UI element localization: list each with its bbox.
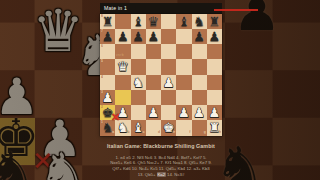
- square-a6[interactable]: 6: [100, 44, 115, 59]
- square-e2[interactable]: [161, 105, 176, 120]
- square-h5[interactable]: [207, 59, 222, 74]
- rank-label-1: 1: [101, 121, 103, 124]
- rank-label-6: 6: [101, 45, 103, 48]
- square-e8[interactable]: [161, 14, 176, 29]
- piece-black-pawn-g7[interactable]: ♟: [193, 30, 205, 43]
- piece-black-pawn-a7[interactable]: ♟: [102, 30, 114, 43]
- move-line: 13. Qb5+ Ka2 14. Nc3#: [99, 172, 223, 178]
- rank-label-2: 2: [101, 106, 103, 109]
- square-e1[interactable]: e♚: [161, 120, 176, 135]
- file-label-b: b: [127, 131, 129, 134]
- square-c7[interactable]: ♟: [131, 29, 146, 44]
- square-b7[interactable]: ♟: [115, 29, 130, 44]
- square-e3[interactable]: [161, 90, 176, 105]
- square-g5[interactable]: [192, 59, 207, 74]
- rank-label-4: 4: [101, 76, 103, 79]
- square-c2[interactable]: [131, 105, 146, 120]
- square-f6[interactable]: [176, 44, 191, 59]
- square-g1[interactable]: g: [192, 120, 207, 135]
- square-c6[interactable]: [131, 44, 146, 59]
- move-line-prefix: 13. Qb5+: [138, 172, 157, 177]
- square-f5[interactable]: [176, 59, 191, 74]
- square-d6[interactable]: [146, 44, 161, 59]
- square-d8[interactable]: ♛: [146, 14, 161, 29]
- piece-white-pawn-g2[interactable]: ♟: [193, 106, 205, 119]
- file-label-a: a: [112, 131, 114, 134]
- square-d2[interactable]: ♟: [146, 105, 161, 120]
- video-frame: ♛♞♟♚♟✕♞♞♟♞ Mate in 1 8♜♝♛♝♞♜7♟♟♟♟♟♟65♛4♞…: [0, 0, 320, 180]
- square-h1[interactable]: h♜: [207, 120, 222, 135]
- piece-white-knight-c4[interactable]: ♞: [132, 76, 144, 89]
- square-h8[interactable]: ♜: [207, 14, 222, 29]
- square-g8[interactable]: ♞: [192, 14, 207, 29]
- square-b1[interactable]: b♞: [115, 120, 130, 135]
- square-h7[interactable]: ♟: [207, 29, 222, 44]
- square-h4[interactable]: [207, 75, 222, 90]
- opening-name-caption: Italian Game: Blackburne Shilling Gambit: [100, 143, 222, 149]
- piece-white-pawn-e4[interactable]: ♟: [163, 76, 175, 89]
- square-b3[interactable]: [115, 90, 130, 105]
- piece-black-pawn-c7[interactable]: ♟: [132, 30, 144, 43]
- file-label-e: e: [173, 131, 175, 134]
- watermark-text: vsrb: [116, 53, 124, 57]
- square-c5[interactable]: [131, 59, 146, 74]
- rank-label-3: 3: [101, 91, 103, 94]
- file-label-f: f: [189, 131, 190, 134]
- square-g6[interactable]: [192, 44, 207, 59]
- incorrect-move-x-icon: ✕: [111, 112, 120, 123]
- piece-white-pawn-h2[interactable]: ♟: [209, 106, 221, 119]
- square-h2[interactable]: ♟: [207, 105, 222, 120]
- rank-label-7: 7: [101, 30, 103, 33]
- square-b5[interactable]: ♛: [115, 59, 130, 74]
- square-e7[interactable]: [161, 29, 176, 44]
- square-d1[interactable]: d: [146, 120, 161, 135]
- square-f2[interactable]: ♟: [176, 105, 191, 120]
- square-c4[interactable]: ♞: [131, 75, 146, 90]
- square-f1[interactable]: f: [176, 120, 191, 135]
- square-a7[interactable]: 7♟: [100, 29, 115, 44]
- move-line: Qf7+ Kd6 10. Nc4+ Kc5 11. Qd5+ Kb4 12. a…: [99, 166, 223, 172]
- square-g3[interactable]: [192, 90, 207, 105]
- square-a4[interactable]: 4: [100, 75, 115, 90]
- square-e6[interactable]: [161, 44, 176, 59]
- square-f8[interactable]: ♝: [176, 14, 191, 29]
- square-c1[interactable]: c♝: [131, 120, 146, 135]
- mate-in-one-banner: Mate in 1: [100, 3, 222, 14]
- piece-black-bishop-c8[interactable]: ♝: [132, 15, 144, 28]
- square-h6[interactable]: [207, 44, 222, 59]
- red-line-decoration: [214, 9, 258, 11]
- square-f3[interactable]: [176, 90, 191, 105]
- piece-black-pawn-b7[interactable]: ♟: [117, 30, 129, 43]
- piece-black-bishop-f8[interactable]: ♝: [178, 15, 190, 28]
- file-label-h: h: [219, 131, 221, 134]
- piece-white-queen-b5[interactable]: ♛: [117, 60, 129, 73]
- square-d7[interactable]: ♟: [146, 29, 161, 44]
- file-label-g: g: [204, 131, 206, 134]
- square-g2[interactable]: ♟: [192, 105, 207, 120]
- square-d5[interactable]: [146, 59, 161, 74]
- square-a5[interactable]: 5: [100, 59, 115, 74]
- square-f4[interactable]: [176, 75, 191, 90]
- mate-in-one-label: Mate in 1: [104, 5, 127, 11]
- square-e4[interactable]: ♟: [161, 75, 176, 90]
- piece-white-pawn-d2[interactable]: ♟: [148, 106, 160, 119]
- piece-black-rook-h8[interactable]: ♜: [209, 15, 221, 28]
- piece-black-rook-a8[interactable]: ♜: [102, 15, 114, 28]
- current-move-highlight: Ka2: [157, 172, 166, 177]
- piece-black-knight-g8[interactable]: ♞: [193, 15, 205, 28]
- square-f7[interactable]: [176, 29, 191, 44]
- file-label-d: d: [158, 131, 160, 134]
- square-a1[interactable]: 1a♞: [100, 120, 115, 135]
- square-e5[interactable]: [161, 59, 176, 74]
- square-c8[interactable]: ♝: [131, 14, 146, 29]
- square-b4[interactable]: [115, 75, 130, 90]
- move-list: 1. e4 e5 2. Nf3 Nc6 3. Bc4 Nd4 4. Bxf7+ …: [99, 155, 223, 178]
- square-g4[interactable]: [192, 75, 207, 90]
- piece-black-queen-d8[interactable]: ♛: [148, 15, 160, 28]
- file-label-c: c: [143, 131, 145, 134]
- square-b8[interactable]: [115, 14, 130, 29]
- square-c3[interactable]: [131, 90, 146, 105]
- square-a8[interactable]: 8♜: [100, 14, 115, 29]
- square-h3[interactable]: [207, 90, 222, 105]
- square-g7[interactable]: ♟: [192, 29, 207, 44]
- square-a3[interactable]: 3♟: [100, 90, 115, 105]
- square-d3[interactable]: [146, 90, 161, 105]
- move-line-suffix: 14. Nc3#: [166, 172, 184, 177]
- piece-white-pawn-f2[interactable]: ♟: [178, 106, 190, 119]
- piece-black-pawn-d7[interactable]: ♟: [148, 30, 160, 43]
- piece-white-pawn-a3[interactable]: ♟: [102, 91, 114, 104]
- rank-label-5: 5: [101, 60, 103, 63]
- rank-label-8: 8: [101, 15, 103, 18]
- piece-black-pawn-h7[interactable]: ♟: [209, 30, 221, 43]
- square-d4[interactable]: [146, 75, 161, 90]
